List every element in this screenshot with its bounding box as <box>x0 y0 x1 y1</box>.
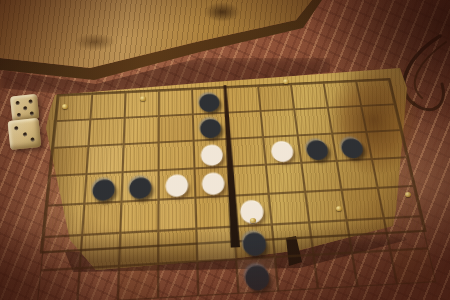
grid-cell[interactable] <box>266 163 305 194</box>
grid-cell[interactable] <box>47 174 86 206</box>
grid-cell[interactable]: ● <box>84 172 122 204</box>
board-grid: ●●●●●●●●●●●●● <box>40 78 427 254</box>
grid-cell[interactable] <box>158 229 197 264</box>
grid-cell[interactable] <box>50 146 88 176</box>
black-stone[interactable]: ● <box>90 174 117 203</box>
grid-cell[interactable] <box>227 111 263 139</box>
grid-cell[interactable] <box>378 186 421 218</box>
grid-cell[interactable] <box>158 261 198 298</box>
grid-cell[interactable] <box>372 157 414 188</box>
grid-cell[interactable] <box>77 266 119 300</box>
grid-cell[interactable] <box>258 85 294 111</box>
black-stone[interactable]: ● <box>240 226 269 258</box>
grid-cell[interactable]: ● <box>263 135 301 164</box>
grid-cell[interactable] <box>159 89 193 116</box>
grid-cell[interactable] <box>356 80 394 106</box>
grid-cell[interactable] <box>230 165 268 196</box>
grid-cell[interactable] <box>44 204 85 237</box>
grid-cell[interactable] <box>53 119 90 147</box>
grid-cell[interactable] <box>309 220 352 254</box>
white-stone[interactable]: ● <box>269 137 296 164</box>
die-pip <box>22 132 26 136</box>
brass-pin <box>62 104 68 109</box>
white-stone[interactable]: ● <box>164 170 189 199</box>
grid-cell[interactable] <box>337 159 378 190</box>
grid-cell[interactable]: ● <box>194 139 231 169</box>
grid-cell[interactable] <box>124 116 159 144</box>
grid-cell[interactable] <box>269 192 310 225</box>
die-pip <box>15 100 19 104</box>
grid-cell[interactable] <box>82 202 121 235</box>
grid-cell[interactable] <box>158 198 196 231</box>
photo-scene: ●●●●●●●●●●●●● <box>0 0 450 300</box>
grid-cell[interactable] <box>341 188 383 220</box>
grid-cell[interactable] <box>347 218 391 252</box>
grid-cell[interactable] <box>36 268 79 300</box>
grid-cell[interactable] <box>40 235 82 270</box>
grid-cell[interactable] <box>123 142 159 172</box>
grid-cell[interactable] <box>272 222 314 257</box>
grid-cell[interactable] <box>261 109 298 137</box>
grid-cell[interactable]: ● <box>234 224 275 259</box>
grid-cell[interactable] <box>324 81 362 107</box>
black-stone[interactable]: ● <box>197 89 221 113</box>
grid-cell[interactable] <box>228 137 265 166</box>
grid-cell[interactable] <box>125 91 159 118</box>
grid-cell[interactable] <box>291 83 328 109</box>
grid-cell[interactable] <box>120 200 158 233</box>
grid-cell[interactable] <box>366 130 407 159</box>
black-stone[interactable]: ● <box>242 259 272 293</box>
die-pip <box>22 106 26 110</box>
brass-pin <box>140 96 146 101</box>
grid-cell[interactable] <box>275 255 318 292</box>
grid-cell[interactable] <box>361 104 400 132</box>
die-bottom[interactable] <box>7 118 41 150</box>
die-pip <box>30 111 34 115</box>
grid-cell[interactable]: ● <box>332 132 372 161</box>
black-stone[interactable]: ● <box>303 135 331 162</box>
die-pip <box>30 138 34 142</box>
grid-cell[interactable]: ● <box>298 134 337 163</box>
grid-cell[interactable] <box>225 86 260 113</box>
grid-cell[interactable] <box>88 118 124 146</box>
grid-cell[interactable] <box>197 259 238 296</box>
grid-cell[interactable] <box>314 253 358 290</box>
grid-cell[interactable] <box>119 231 158 266</box>
grid-cell[interactable] <box>195 196 234 229</box>
black-stone[interactable]: ● <box>127 172 153 201</box>
grid-cell[interactable] <box>159 114 194 142</box>
grid-cell[interactable] <box>159 141 195 171</box>
grid-cell[interactable] <box>352 250 397 286</box>
grid-cell[interactable]: ● <box>121 170 158 201</box>
grid-cell[interactable] <box>301 161 341 192</box>
die-pip <box>17 112 21 116</box>
grid-cell[interactable] <box>80 233 121 268</box>
grid-cell[interactable]: ● <box>192 88 227 115</box>
brass-pin <box>250 218 256 223</box>
grid-cell[interactable] <box>294 108 332 136</box>
grid-cell[interactable] <box>390 248 436 284</box>
die-pip <box>14 126 18 130</box>
black-stone[interactable]: ● <box>338 133 367 160</box>
white-stone[interactable]: ● <box>199 140 224 167</box>
brass-pin <box>336 206 342 211</box>
grid-cell[interactable] <box>328 106 367 134</box>
die-pip <box>28 99 32 103</box>
grid-cell[interactable]: ● <box>194 167 232 198</box>
grid-cell[interactable]: ● <box>193 113 229 141</box>
grid-cell[interactable] <box>384 216 429 250</box>
white-stone[interactable]: ● <box>200 168 226 196</box>
grid-cell[interactable] <box>86 144 123 174</box>
grid-cell[interactable]: ● <box>236 257 278 294</box>
brass-pin <box>405 192 411 197</box>
grid-cell[interactable] <box>90 93 125 120</box>
brass-pin <box>283 79 289 84</box>
black-stone[interactable]: ● <box>198 114 223 140</box>
dice-stack[interactable] <box>3 92 53 158</box>
grid-cell[interactable]: ● <box>158 168 195 199</box>
grid-cell[interactable] <box>118 264 159 300</box>
